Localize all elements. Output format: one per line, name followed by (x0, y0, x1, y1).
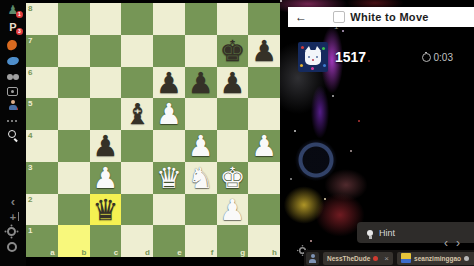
rank-label-8: 8 (28, 4, 32, 13)
chat-tab-2-avatar (401, 253, 411, 263)
black-pawn[interactable]: ♟ (217, 67, 249, 99)
white-king[interactable]: ♚ (217, 162, 249, 194)
person-icon[interactable] (7, 100, 19, 112)
square-h1[interactable]: h (248, 225, 280, 257)
square-d6[interactable] (121, 67, 153, 99)
addbar-icon[interactable]: + (7, 211, 19, 223)
square-d2[interactable] (121, 194, 153, 226)
chat-tab-2-label: seanziminggao (414, 255, 461, 262)
next-icon[interactable]: › (456, 238, 460, 248)
square-e4[interactable] (153, 130, 185, 162)
emoji-icon (464, 256, 469, 261)
hand-icon[interactable] (6, 39, 18, 51)
square-g1[interactable]: g (217, 225, 249, 257)
notification-badge: 1 (16, 11, 23, 18)
close-icon[interactable]: × (384, 254, 389, 263)
screen: ♟1P3‹+ 87♚♟6♟♟♟5♝♟4♟♟♟3♟♛♞♚2♛♟1abcdefgh … (0, 0, 474, 266)
square-c3[interactable]: ♟ (90, 162, 122, 194)
square-h8[interactable] (248, 3, 280, 35)
square-g5[interactable] (217, 98, 249, 130)
black-pawn[interactable]: ♟ (153, 67, 185, 99)
square-h5[interactable] (248, 98, 280, 130)
square-e6[interactable]: ♟ (153, 67, 185, 99)
record-icon[interactable] (7, 242, 17, 252)
square-h6[interactable] (248, 67, 280, 99)
square-c2[interactable]: ♛ (90, 194, 122, 226)
white-pawn[interactable]: ♟ (90, 162, 122, 194)
square-h2[interactable] (248, 194, 280, 226)
file-label-b: b (82, 248, 87, 257)
square-f5[interactable] (185, 98, 217, 130)
rank-label-1: 1 (28, 226, 32, 235)
puzzle-title: White to Move (350, 11, 428, 23)
square-e5[interactable]: ♟ (153, 98, 185, 130)
square-d3[interactable] (121, 162, 153, 194)
black-pawn[interactable]: ♟ (185, 67, 217, 99)
chat-tab-2[interactable]: seanziminggao × (397, 252, 474, 265)
file-label-c: c (114, 248, 118, 257)
file-label-d: d (145, 248, 150, 257)
rank-label-2: 2 (28, 195, 32, 204)
square-g8[interactable] (217, 3, 249, 35)
black-bishop[interactable]: ♝ (121, 98, 153, 130)
puzzle-rating: 1517 (335, 49, 366, 65)
square-b4[interactable] (58, 130, 90, 162)
square-a5[interactable]: 5 (26, 98, 58, 130)
black-queen[interactable]: ♛ (90, 194, 122, 226)
square-f3[interactable]: ♞ (185, 162, 217, 194)
rank-label-3: 3 (28, 163, 32, 172)
square-e1[interactable]: e (153, 225, 185, 257)
rank-label-4: 4 (28, 131, 32, 140)
rank-label-5: 5 (28, 99, 32, 108)
file-label-e: e (177, 248, 181, 257)
notification-badge: 3 (16, 28, 23, 35)
square-a4[interactable]: 4 (26, 130, 58, 162)
square-a6[interactable]: 6 (26, 67, 58, 99)
clock-icon (422, 53, 431, 62)
square-g3[interactable]: ♚ (217, 162, 249, 194)
gear-icon[interactable] (7, 227, 16, 236)
white-knight[interactable]: ♞ (185, 162, 217, 194)
square-a7[interactable]: 7 (26, 35, 58, 67)
square-b6[interactable] (58, 67, 90, 99)
square-f4[interactable]: ♟ (185, 130, 217, 162)
white-pawn[interactable]: ♟ (217, 194, 249, 226)
square-f2[interactable] (185, 194, 217, 226)
square-a3[interactable]: 3 (26, 162, 58, 194)
angry-emoji-icon (373, 256, 378, 261)
square-c7[interactable] (90, 35, 122, 67)
prev-icon[interactable]: ‹ (444, 238, 448, 248)
square-g2[interactable]: ♟ (217, 194, 249, 226)
puzzle-panel: ← White to Move 1517 0:03 1 Hint ‹ › (280, 0, 474, 266)
square-h3[interactable] (248, 162, 280, 194)
chat-tab-1[interactable]: NessTheDude × (323, 252, 393, 265)
square-d8[interactable] (121, 3, 153, 35)
white-to-move-icon (333, 11, 345, 23)
square-c6[interactable] (90, 67, 122, 99)
white-pawn[interactable]: ♟ (153, 98, 185, 130)
square-e2[interactable] (153, 194, 185, 226)
player-row: 1517 0:03 (298, 42, 470, 72)
timer-value: 0:03 (434, 52, 453, 63)
star-specks (280, 0, 282, 2)
square-e7[interactable] (153, 35, 185, 67)
file-label-g: g (240, 248, 245, 257)
square-d1[interactable]: d (121, 225, 153, 257)
back2-icon[interactable]: ‹ (7, 196, 19, 208)
workspace-icon[interactable]: ♟1 (7, 4, 19, 16)
white-pawn[interactable]: ♟ (185, 130, 217, 162)
left-toolbar: ♟1P3‹+ (0, 0, 26, 266)
square-b8[interactable] (58, 3, 90, 35)
back-button[interactable]: ← (295, 7, 307, 27)
camera-icon[interactable] (7, 87, 18, 96)
square-c1[interactable]: c (90, 225, 122, 257)
rank-label-7: 7 (28, 36, 32, 45)
square-d7[interactable] (121, 35, 153, 67)
square-h7[interactable]: ♟ (248, 35, 280, 67)
square-d5[interactable]: ♝ (121, 98, 153, 130)
black-pawn[interactable]: ♟ (90, 130, 122, 162)
square-b7[interactable] (58, 35, 90, 67)
puzzle-header: ← White to Move (288, 7, 474, 27)
square-b2[interactable] (58, 194, 90, 226)
square-c5[interactable] (90, 98, 122, 130)
puzzle-timer: 0:03 (422, 42, 453, 72)
square-c4[interactable]: ♟ (90, 130, 122, 162)
file-label-a: a (50, 248, 54, 257)
square-e8[interactable] (153, 3, 185, 35)
friends-mini-tab[interactable] (306, 252, 319, 265)
player-avatar[interactable] (298, 42, 328, 72)
square-b3[interactable] (58, 162, 90, 194)
rank-label-6: 6 (28, 68, 32, 77)
bottom-tab-bar: NessTheDude × seanziminggao × (304, 250, 474, 266)
square-c8[interactable] (90, 3, 122, 35)
lightbulb-icon (367, 230, 373, 236)
bird-icon[interactable] (6, 56, 19, 66)
square-a2[interactable]: 2 (26, 194, 58, 226)
square-h4[interactable]: ♟ (248, 130, 280, 162)
square-g7[interactable]: ♚ (217, 35, 249, 67)
file-label-h: h (272, 248, 277, 257)
square-a1[interactable]: 1a (26, 225, 58, 257)
square-f1[interactable]: f (185, 225, 217, 257)
binoculars-icon[interactable] (7, 71, 19, 83)
square-g4[interactable] (217, 130, 249, 162)
square-b5[interactable] (58, 98, 90, 130)
pages-icon[interactable]: P3 (7, 21, 19, 33)
search-icon[interactable] (7, 130, 19, 142)
square-f6[interactable]: ♟ (185, 67, 217, 99)
square-f8[interactable] (185, 3, 217, 35)
chess-board[interactable]: 87♚♟6♟♟♟5♝♟4♟♟♟3♟♛♞♚2♛♟1abcdefgh (26, 3, 280, 257)
pager: ‹ › (444, 238, 460, 248)
white-queen[interactable]: ♛ (153, 162, 185, 194)
hint-label: Hint (379, 228, 395, 238)
square-g6[interactable]: ♟ (217, 67, 249, 99)
square-b1[interactable]: b (58, 225, 90, 257)
chat-tab-1-label: NessTheDude (327, 255, 370, 262)
black-king[interactable]: ♚ (217, 35, 249, 67)
square-f7[interactable] (185, 35, 217, 67)
white-pawn[interactable]: ♟ (248, 130, 280, 162)
square-e3[interactable]: ♛ (153, 162, 185, 194)
black-pawn[interactable]: ♟ (248, 35, 280, 67)
square-a8[interactable]: 8 (26, 3, 58, 35)
square-d4[interactable] (121, 130, 153, 162)
more-icon[interactable] (7, 115, 19, 127)
file-label-f: f (211, 248, 214, 257)
